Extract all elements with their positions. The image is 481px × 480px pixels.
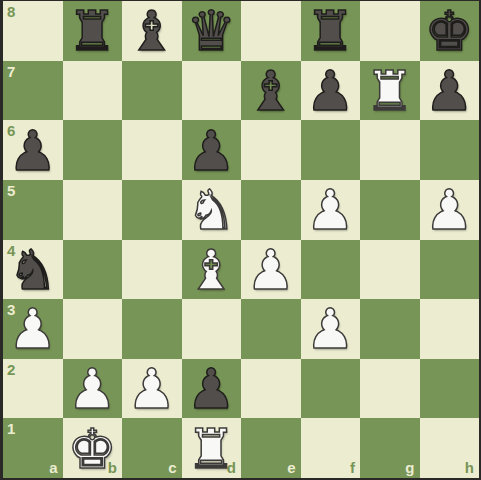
black-king-h8-piece[interactable]: ♚: [425, 4, 474, 59]
square-b8[interactable]: ♜: [63, 1, 123, 61]
square-d2[interactable]: ♟: [182, 359, 242, 419]
square-c4[interactable]: [122, 240, 182, 300]
square-h1[interactable]: h: [420, 418, 480, 478]
square-h8[interactable]: ♚: [420, 1, 480, 61]
square-g7[interactable]: ♜: [360, 61, 420, 121]
square-c5[interactable]: [122, 180, 182, 240]
square-d4[interactable]: ♝: [182, 240, 242, 300]
square-h4[interactable]: [420, 240, 480, 300]
black-pawn-h7-piece[interactable]: ♟: [425, 64, 474, 119]
square-d1[interactable]: d♜: [182, 418, 242, 478]
square-e7[interactable]: ♝: [241, 61, 301, 121]
square-f2[interactable]: [301, 359, 361, 419]
black-queen-d8-piece[interactable]: ♛: [187, 4, 236, 59]
square-a7[interactable]: 7: [3, 61, 63, 121]
square-d6[interactable]: ♟: [182, 120, 242, 180]
white-rook-g7-piece[interactable]: ♜: [365, 64, 414, 119]
white-bishop-d4-piece[interactable]: ♝: [187, 243, 236, 298]
square-g8[interactable]: [360, 1, 420, 61]
square-d5[interactable]: ♞: [182, 180, 242, 240]
square-a8[interactable]: 8: [3, 1, 63, 61]
white-knight-d5-piece[interactable]: ♞: [187, 183, 236, 238]
black-pawn-a6-piece[interactable]: ♟: [8, 124, 57, 179]
square-g5[interactable]: [360, 180, 420, 240]
square-b6[interactable]: [63, 120, 123, 180]
white-pawn-c2-piece[interactable]: ♟: [127, 362, 176, 417]
file-label-c: c: [168, 460, 176, 475]
square-f1[interactable]: f: [301, 418, 361, 478]
square-d8[interactable]: ♛: [182, 1, 242, 61]
square-f5[interactable]: ♟: [301, 180, 361, 240]
square-f3[interactable]: ♟: [301, 299, 361, 359]
white-pawn-f3-piece[interactable]: ♟: [306, 302, 355, 357]
rank-label-1: 1: [7, 421, 15, 436]
square-g2[interactable]: [360, 359, 420, 419]
file-label-h: h: [465, 460, 474, 475]
square-e6[interactable]: [241, 120, 301, 180]
square-c8[interactable]: ♝: [122, 1, 182, 61]
black-knight-a4-piece[interactable]: ♞: [8, 243, 57, 298]
square-f6[interactable]: [301, 120, 361, 180]
square-e2[interactable]: [241, 359, 301, 419]
square-h6[interactable]: [420, 120, 480, 180]
black-bishop-e7-piece[interactable]: ♝: [246, 64, 295, 119]
black-bishop-c8-piece[interactable]: ♝: [127, 4, 176, 59]
square-b2[interactable]: ♟: [63, 359, 123, 419]
square-b3[interactable]: [63, 299, 123, 359]
square-c2[interactable]: ♟: [122, 359, 182, 419]
white-pawn-e4-piece[interactable]: ♟: [246, 243, 295, 298]
white-pawn-f5-piece[interactable]: ♟: [306, 183, 355, 238]
square-e8[interactable]: [241, 1, 301, 61]
square-a2[interactable]: 2: [3, 359, 63, 419]
square-g1[interactable]: g: [360, 418, 420, 478]
square-h3[interactable]: [420, 299, 480, 359]
black-rook-b8-piece[interactable]: ♜: [68, 4, 117, 59]
square-f8[interactable]: ♜: [301, 1, 361, 61]
square-e4[interactable]: ♟: [241, 240, 301, 300]
square-c1[interactable]: c: [122, 418, 182, 478]
square-a3[interactable]: 3♟: [3, 299, 63, 359]
square-d7[interactable]: [182, 61, 242, 121]
square-a4[interactable]: 4♞: [3, 240, 63, 300]
square-f4[interactable]: [301, 240, 361, 300]
chess-board: 8♜♝♛♜♚7♝♟♜♟6♟♟5♞♟♟4♞♝♟3♟♟2♟♟♟1ab♚cd♜efgh: [3, 1, 479, 478]
rank-label-2: 2: [7, 362, 15, 377]
white-king-b1-piece[interactable]: ♚: [68, 422, 117, 477]
square-c3[interactable]: [122, 299, 182, 359]
square-e3[interactable]: [241, 299, 301, 359]
file-label-g: g: [405, 460, 414, 475]
white-pawn-b2-piece[interactable]: ♟: [68, 362, 117, 417]
file-label-a: a: [49, 460, 57, 475]
square-h5[interactable]: ♟: [420, 180, 480, 240]
square-g3[interactable]: [360, 299, 420, 359]
square-b7[interactable]: [63, 61, 123, 121]
square-e1[interactable]: e: [241, 418, 301, 478]
square-c7[interactable]: [122, 61, 182, 121]
square-f7[interactable]: ♟: [301, 61, 361, 121]
square-b1[interactable]: b♚: [63, 418, 123, 478]
square-d3[interactable]: [182, 299, 242, 359]
square-g6[interactable]: [360, 120, 420, 180]
square-c6[interactable]: [122, 120, 182, 180]
black-pawn-f7-piece[interactable]: ♟: [306, 64, 355, 119]
rank-label-7: 7: [7, 64, 15, 79]
square-a5[interactable]: 5: [3, 180, 63, 240]
chess-board-frame: 8♜♝♛♜♚7♝♟♜♟6♟♟5♞♟♟4♞♝♟3♟♟2♟♟♟1ab♚cd♜efgh: [0, 0, 481, 480]
white-pawn-h5-piece[interactable]: ♟: [425, 183, 474, 238]
square-g4[interactable]: [360, 240, 420, 300]
square-a6[interactable]: 6♟: [3, 120, 63, 180]
square-a1[interactable]: 1a: [3, 418, 63, 478]
square-h2[interactable]: [420, 359, 480, 419]
square-b4[interactable]: [63, 240, 123, 300]
white-pawn-a3-piece[interactable]: ♟: [8, 302, 57, 357]
file-label-f: f: [350, 460, 355, 475]
white-rook-d1-piece[interactable]: ♜: [187, 422, 236, 477]
black-pawn-d2-piece[interactable]: ♟: [187, 362, 236, 417]
square-h7[interactable]: ♟: [420, 61, 480, 121]
black-rook-f8-piece[interactable]: ♜: [306, 4, 355, 59]
file-label-e: e: [287, 460, 295, 475]
square-b5[interactable]: [63, 180, 123, 240]
square-e5[interactable]: [241, 180, 301, 240]
rank-label-8: 8: [7, 4, 15, 19]
rank-label-5: 5: [7, 183, 15, 198]
black-pawn-d6-piece[interactable]: ♟: [187, 124, 236, 179]
